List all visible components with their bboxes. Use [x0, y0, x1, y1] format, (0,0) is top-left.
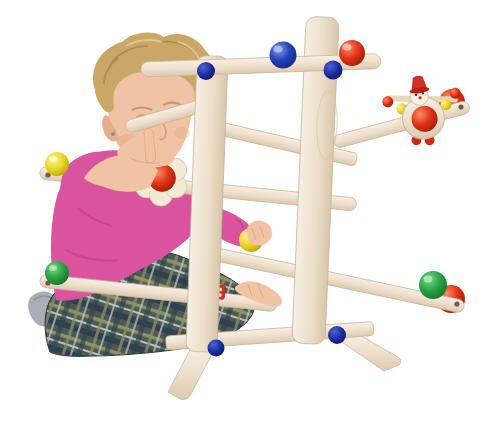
- right-foot: [336, 333, 401, 371]
- marble-run-photo: [0, 0, 500, 423]
- ramp-1-end-hole: [458, 104, 463, 109]
- ball-green-ramp3: [419, 271, 447, 299]
- knob-top-left: [197, 62, 215, 80]
- child-earring: [111, 132, 115, 136]
- ball-red-top: [339, 40, 365, 66]
- left-foot: [168, 346, 214, 400]
- knob-bottom-left: [208, 340, 225, 357]
- knob-top-right: [324, 61, 343, 80]
- ball-green-ramp4: [45, 261, 69, 285]
- photo-scene: [0, 0, 500, 423]
- child-right-hand: [247, 221, 272, 246]
- ball-blue-top: [270, 42, 297, 69]
- ball-yellow-ramp2: [45, 152, 69, 176]
- ramp-3-end-hole: [454, 301, 459, 306]
- knob-bottom-right: [328, 326, 346, 344]
